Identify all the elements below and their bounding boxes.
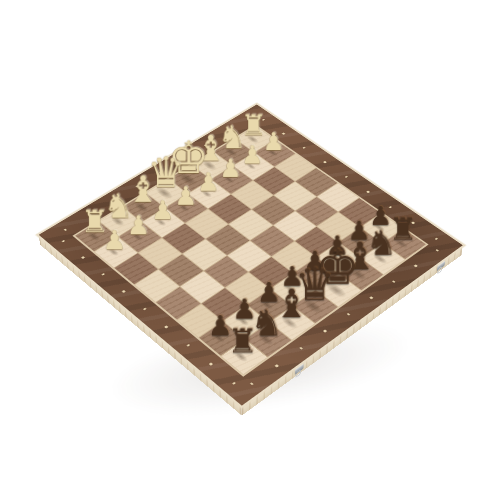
brass-dot-icon [323, 161, 326, 163]
piece-white-pawn: ♟ [103, 227, 127, 253]
piece-white-pawn: ♟ [151, 198, 174, 224]
brass-dot-icon [250, 382, 254, 385]
brass-dot-icon [164, 325, 168, 328]
brass-dot-icon [392, 280, 396, 283]
piece-white-pawn: ♟ [197, 170, 220, 195]
piece-white-pawn: ♟ [174, 184, 197, 209]
brass-dot-icon [101, 273, 105, 276]
piece-white-pawn: ♟ [263, 129, 285, 153]
brass-dot-icon [299, 347, 303, 350]
piece-black-rook: ♜ [228, 324, 258, 357]
brass-dot-icon [275, 364, 279, 367]
brass-dot-icon [369, 296, 373, 299]
board-squares: ♜♟♟♜♞♟♟♞♝♟♟♝♚♟♟♚♛♟♟♛♝♟♟♝♞♟♟♞♜♟♟♜ [72, 124, 428, 376]
piece-white-pawn: ♟ [241, 143, 263, 168]
brass-dot-icon [345, 176, 349, 178]
brass-dot-icon [143, 308, 147, 311]
piece-white-pawn: ♟ [127, 212, 150, 238]
brass-dot-icon [323, 330, 327, 333]
brass-dot-icon [186, 344, 190, 347]
piece-white-pawn: ♟ [219, 156, 241, 181]
square-a8: ♜ [221, 340, 267, 375]
chess-board: ♜♟♟♜♞♟♟♞♝♟♟♝♚♟♟♚♛♟♟♛♝♟♟♝♞♟♟♞♜♟♟♜ [39, 104, 463, 405]
board-top-face: ♜♟♟♜♞♟♟♞♝♟♟♝♚♟♟♚♛♟♟♛♝♟♟♝♞♟♟♞♜♟♟♜ [39, 104, 463, 405]
product-photo: ♜♟♟♜♞♟♟♞♝♟♟♝♚♟♟♚♛♟♟♛♝♟♟♝♞♟♟♞♜♟♟♜ [0, 0, 500, 500]
brass-dot-icon [232, 382, 236, 385]
brass-dot-icon [64, 229, 68, 232]
brass-dot-icon [122, 290, 126, 293]
brass-dot-icon [435, 238, 439, 241]
brass-dot-icon [435, 249, 439, 252]
scene: ♜♟♟♜♞♟♟♞♝♟♟♝♚♟♟♚♛♟♟♛♝♟♟♝♞♟♟♞♜♟♟♜ [0, 0, 500, 500]
brass-dot-icon [347, 313, 351, 316]
brass-dot-icon [366, 191, 370, 193]
brass-dot-icon [209, 363, 213, 366]
brass-dot-icon [81, 256, 85, 259]
clasp-icon [437, 260, 445, 271]
brass-dot-icon [302, 147, 305, 149]
brass-dot-icon [62, 240, 66, 243]
brass-dot-icon [414, 265, 418, 268]
